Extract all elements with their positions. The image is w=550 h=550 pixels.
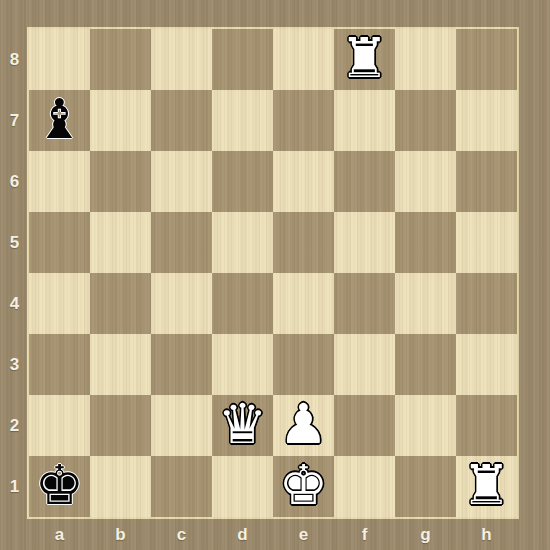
square-a7[interactable]: ♝: [29, 90, 90, 151]
square-h1[interactable]: ♜: [456, 456, 517, 517]
square-d8[interactable]: [212, 29, 273, 90]
rank-label-1: 1: [0, 456, 29, 517]
file-label-d: d: [212, 519, 273, 550]
square-b6[interactable]: [90, 151, 151, 212]
square-a5[interactable]: [29, 212, 90, 273]
square-f3[interactable]: [334, 334, 395, 395]
rank-label-8: 8: [0, 29, 29, 90]
square-e1[interactable]: ♚: [273, 456, 334, 517]
white-rook[interactable]: ♜: [456, 456, 517, 517]
square-h7[interactable]: [456, 90, 517, 151]
square-d7[interactable]: [212, 90, 273, 151]
white-queen[interactable]: ♛: [212, 395, 273, 456]
square-h3[interactable]: [456, 334, 517, 395]
square-c5[interactable]: [151, 212, 212, 273]
rank-label-5: 5: [0, 212, 29, 273]
file-label-f: f: [334, 519, 395, 550]
square-c8[interactable]: [151, 29, 212, 90]
square-b5[interactable]: [90, 212, 151, 273]
square-g8[interactable]: [395, 29, 456, 90]
square-e5[interactable]: [273, 212, 334, 273]
square-f6[interactable]: [334, 151, 395, 212]
file-label-g: g: [395, 519, 456, 550]
square-h4[interactable]: [456, 273, 517, 334]
square-h5[interactable]: [456, 212, 517, 273]
rank-label-7: 7: [0, 90, 29, 151]
square-e2[interactable]: ♟: [273, 395, 334, 456]
file-label-h: h: [456, 519, 517, 550]
square-b8[interactable]: [90, 29, 151, 90]
square-f8[interactable]: ♜: [334, 29, 395, 90]
square-e4[interactable]: [273, 273, 334, 334]
square-g7[interactable]: [395, 90, 456, 151]
square-c1[interactable]: [151, 456, 212, 517]
square-d4[interactable]: [212, 273, 273, 334]
square-f7[interactable]: [334, 90, 395, 151]
file-label-a: a: [29, 519, 90, 550]
square-c6[interactable]: [151, 151, 212, 212]
square-h8[interactable]: [456, 29, 517, 90]
square-h2[interactable]: [456, 395, 517, 456]
square-f4[interactable]: [334, 273, 395, 334]
black-bishop[interactable]: ♝: [29, 90, 90, 151]
square-g6[interactable]: [395, 151, 456, 212]
square-c2[interactable]: [151, 395, 212, 456]
square-e3[interactable]: [273, 334, 334, 395]
square-c7[interactable]: [151, 90, 212, 151]
file-label-b: b: [90, 519, 151, 550]
square-b4[interactable]: [90, 273, 151, 334]
white-rook[interactable]: ♜: [334, 29, 395, 90]
square-g5[interactable]: [395, 212, 456, 273]
rank-label-4: 4: [0, 273, 29, 334]
rank-label-3: 3: [0, 334, 29, 395]
square-a4[interactable]: [29, 273, 90, 334]
square-g1[interactable]: [395, 456, 456, 517]
square-b7[interactable]: [90, 90, 151, 151]
square-f1[interactable]: [334, 456, 395, 517]
square-e8[interactable]: [273, 29, 334, 90]
white-king[interactable]: ♚: [273, 456, 334, 517]
file-label-e: e: [273, 519, 334, 550]
square-c3[interactable]: [151, 334, 212, 395]
square-e7[interactable]: [273, 90, 334, 151]
square-h6[interactable]: [456, 151, 517, 212]
rank-label-6: 6: [0, 151, 29, 212]
square-d5[interactable]: [212, 212, 273, 273]
square-b1[interactable]: [90, 456, 151, 517]
chess-board: ♜♝♛♟♚♚♜: [29, 29, 517, 517]
white-pawn[interactable]: ♟: [273, 395, 334, 456]
square-f5[interactable]: [334, 212, 395, 273]
square-d3[interactable]: [212, 334, 273, 395]
black-king[interactable]: ♚: [29, 456, 90, 517]
square-c4[interactable]: [151, 273, 212, 334]
square-d1[interactable]: [212, 456, 273, 517]
chess-board-screen: ♜♝♛♟♚♚♜ 87654321 abcdefgh: [0, 0, 550, 550]
square-b2[interactable]: [90, 395, 151, 456]
square-a8[interactable]: [29, 29, 90, 90]
square-d6[interactable]: [212, 151, 273, 212]
square-a1[interactable]: ♚: [29, 456, 90, 517]
square-a3[interactable]: [29, 334, 90, 395]
square-g3[interactable]: [395, 334, 456, 395]
square-f2[interactable]: [334, 395, 395, 456]
file-label-c: c: [151, 519, 212, 550]
square-e6[interactable]: [273, 151, 334, 212]
square-g2[interactable]: [395, 395, 456, 456]
square-a2[interactable]: [29, 395, 90, 456]
square-g4[interactable]: [395, 273, 456, 334]
square-d2[interactable]: ♛: [212, 395, 273, 456]
square-b3[interactable]: [90, 334, 151, 395]
square-a6[interactable]: [29, 151, 90, 212]
rank-label-2: 2: [0, 395, 29, 456]
